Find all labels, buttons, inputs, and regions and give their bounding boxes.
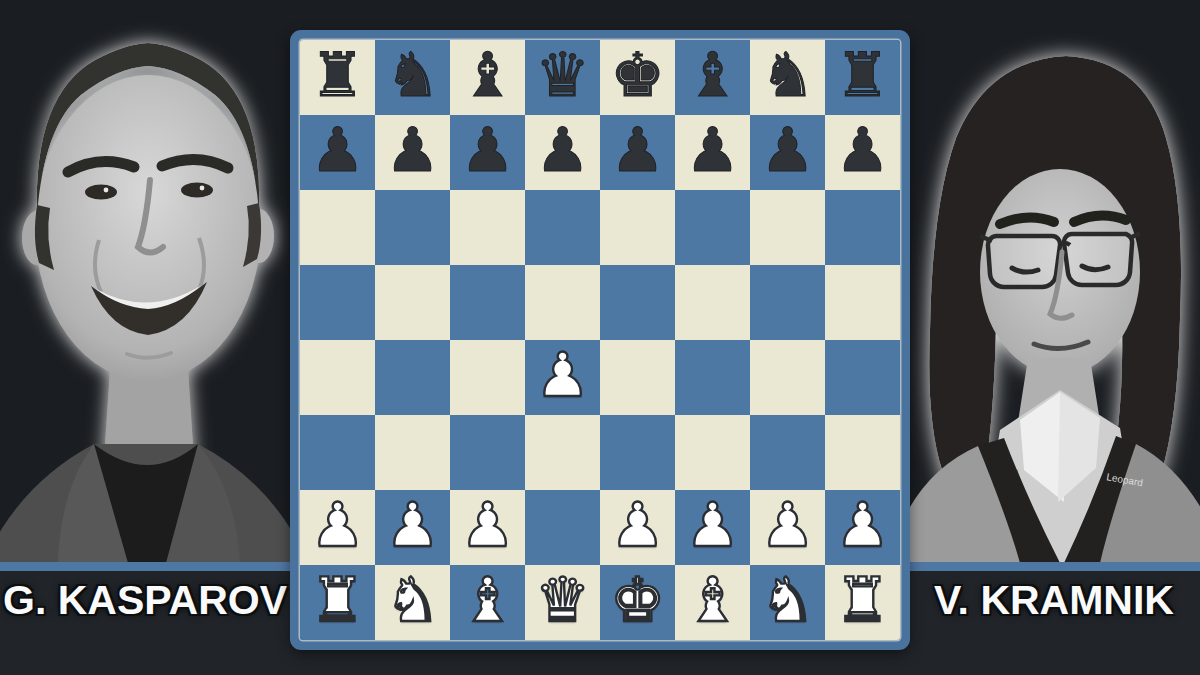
square-f8[interactable]: ♝: [675, 40, 750, 115]
piece-white-king[interactable]: ♚: [610, 569, 665, 630]
square-g2[interactable]: ♟: [750, 490, 825, 565]
square-c8[interactable]: ♝: [450, 40, 525, 115]
square-f1[interactable]: ♝: [675, 565, 750, 640]
square-e1[interactable]: ♚: [600, 565, 675, 640]
square-e4[interactable]: [600, 340, 675, 415]
square-h7[interactable]: ♟: [825, 115, 900, 190]
square-a1[interactable]: ♜: [300, 565, 375, 640]
kasparov-photo: [0, 0, 292, 563]
square-b8[interactable]: ♞: [375, 40, 450, 115]
square-c1[interactable]: ♝: [450, 565, 525, 640]
piece-black-rook[interactable]: ♜: [310, 44, 365, 105]
square-g4[interactable]: [750, 340, 825, 415]
square-f6[interactable]: [675, 190, 750, 265]
square-f2[interactable]: ♟: [675, 490, 750, 565]
square-g1[interactable]: ♞: [750, 565, 825, 640]
piece-black-pawn[interactable]: ♟: [835, 119, 890, 180]
piece-black-knight[interactable]: ♞: [760, 44, 815, 105]
kramnik-photo: Leopard: [908, 0, 1200, 563]
piece-white-pawn[interactable]: ♟: [535, 344, 590, 405]
square-f3[interactable]: [675, 415, 750, 490]
square-h4[interactable]: [825, 340, 900, 415]
square-a6[interactable]: [300, 190, 375, 265]
square-c3[interactable]: [450, 415, 525, 490]
square-g7[interactable]: ♟: [750, 115, 825, 190]
piece-black-pawn[interactable]: ♟: [535, 119, 590, 180]
square-b6[interactable]: [375, 190, 450, 265]
kramnik-portrait: Leopard: [908, 0, 1200, 563]
square-h1[interactable]: ♜: [825, 565, 900, 640]
square-c6[interactable]: [450, 190, 525, 265]
square-d4[interactable]: ♟: [525, 340, 600, 415]
piece-black-queen[interactable]: ♛: [535, 44, 590, 105]
square-e2[interactable]: ♟: [600, 490, 675, 565]
square-b1[interactable]: ♞: [375, 565, 450, 640]
piece-white-rook[interactable]: ♜: [835, 569, 890, 630]
square-d8[interactable]: ♛: [525, 40, 600, 115]
square-a4[interactable]: [300, 340, 375, 415]
square-c2[interactable]: ♟: [450, 490, 525, 565]
square-a2[interactable]: ♟: [300, 490, 375, 565]
player-label-left: G. KASPAROV: [0, 576, 290, 624]
square-c7[interactable]: ♟: [450, 115, 525, 190]
square-g3[interactable]: [750, 415, 825, 490]
square-a3[interactable]: [300, 415, 375, 490]
square-e3[interactable]: [600, 415, 675, 490]
square-a7[interactable]: ♟: [300, 115, 375, 190]
piece-black-pawn[interactable]: ♟: [460, 119, 515, 180]
piece-white-bishop[interactable]: ♝: [460, 569, 515, 630]
square-c5[interactable]: [450, 265, 525, 340]
piece-white-knight[interactable]: ♞: [760, 569, 815, 630]
piece-white-pawn[interactable]: ♟: [385, 494, 440, 555]
piece-black-bishop[interactable]: ♝: [685, 44, 740, 105]
player-label-right: V. KRAMNIK: [908, 576, 1200, 624]
square-h8[interactable]: ♜: [825, 40, 900, 115]
piece-white-pawn[interactable]: ♟: [310, 494, 365, 555]
piece-black-king[interactable]: ♚: [610, 44, 665, 105]
square-d3[interactable]: [525, 415, 600, 490]
piece-white-queen[interactable]: ♛: [535, 569, 590, 630]
square-f7[interactable]: ♟: [675, 115, 750, 190]
square-a8[interactable]: ♜: [300, 40, 375, 115]
piece-white-knight[interactable]: ♞: [385, 569, 440, 630]
thumbnail-canvas: Leopard G. KASPAROV V. KRAMNIK ♜♞♝♛♚♝♞♜♟…: [0, 0, 1200, 675]
square-d2[interactable]: [525, 490, 600, 565]
square-g6[interactable]: [750, 190, 825, 265]
square-e5[interactable]: [600, 265, 675, 340]
square-h6[interactable]: [825, 190, 900, 265]
piece-black-knight[interactable]: ♞: [385, 44, 440, 105]
square-g5[interactable]: [750, 265, 825, 340]
piece-white-bishop[interactable]: ♝: [685, 569, 740, 630]
kasparov-portrait: [0, 0, 292, 563]
square-d1[interactable]: ♛: [525, 565, 600, 640]
square-e7[interactable]: ♟: [600, 115, 675, 190]
square-a5[interactable]: [300, 265, 375, 340]
piece-white-rook[interactable]: ♜: [310, 569, 365, 630]
piece-black-pawn[interactable]: ♟: [760, 119, 815, 180]
square-b5[interactable]: [375, 265, 450, 340]
square-b2[interactable]: ♟: [375, 490, 450, 565]
square-d6[interactable]: [525, 190, 600, 265]
piece-black-pawn[interactable]: ♟: [685, 119, 740, 180]
chess-board[interactable]: ♜♞♝♛♚♝♞♜♟♟♟♟♟♟♟♟♟♟♟♟♟♟♟♟♜♞♝♛♚♝♞♜: [290, 30, 910, 650]
square-g8[interactable]: ♞: [750, 40, 825, 115]
piece-white-pawn[interactable]: ♟: [685, 494, 740, 555]
square-h5[interactable]: [825, 265, 900, 340]
square-d5[interactable]: [525, 265, 600, 340]
piece-white-pawn[interactable]: ♟: [835, 494, 890, 555]
square-e6[interactable]: [600, 190, 675, 265]
square-d7[interactable]: ♟: [525, 115, 600, 190]
square-b7[interactable]: ♟: [375, 115, 450, 190]
piece-black-bishop[interactable]: ♝: [460, 44, 515, 105]
square-b3[interactable]: [375, 415, 450, 490]
piece-black-pawn[interactable]: ♟: [610, 119, 665, 180]
kasparov-suit: [0, 444, 292, 563]
square-f4[interactable]: [675, 340, 750, 415]
square-b4[interactable]: [375, 340, 450, 415]
square-h2[interactable]: ♟: [825, 490, 900, 565]
piece-white-pawn[interactable]: ♟: [610, 494, 665, 555]
piece-black-pawn[interactable]: ♟: [385, 119, 440, 180]
piece-black-rook[interactable]: ♜: [835, 44, 890, 105]
kasparov-head: [22, 43, 274, 460]
square-c4[interactable]: [450, 340, 525, 415]
chess-board-grid[interactable]: ♜♞♝♛♚♝♞♜♟♟♟♟♟♟♟♟♟♟♟♟♟♟♟♟♜♞♝♛♚♝♞♜: [300, 40, 900, 640]
square-h3[interactable]: [825, 415, 900, 490]
square-f5[interactable]: [675, 265, 750, 340]
piece-white-pawn[interactable]: ♟: [460, 494, 515, 555]
square-e8[interactable]: ♚: [600, 40, 675, 115]
piece-white-pawn[interactable]: ♟: [760, 494, 815, 555]
piece-black-pawn[interactable]: ♟: [310, 119, 365, 180]
